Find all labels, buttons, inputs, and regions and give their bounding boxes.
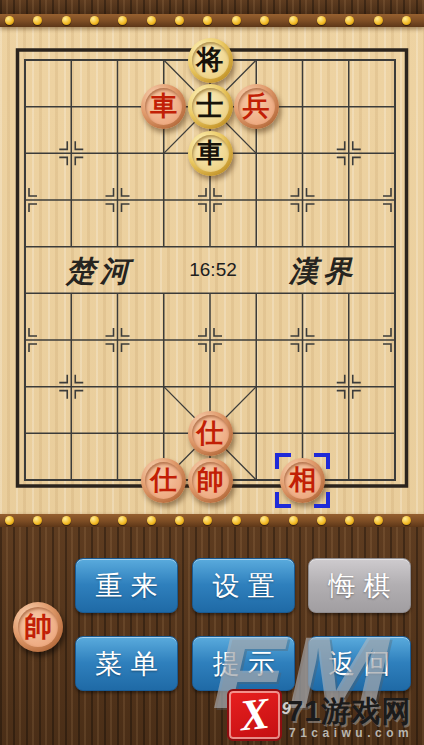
brass-stud-icon [260,516,269,525]
brass-stud-icon [147,516,156,525]
brass-stud-icon [175,516,184,525]
piece-black-士[interactable]: 士 [188,84,233,129]
piece-red-兵[interactable]: 兵 [234,84,279,129]
brass-stud-icon [118,516,127,525]
piece-glyph: 将 [197,47,224,74]
xiangqi-app: 楚河 16:52 漢界 将車士兵車仕仕帥相 帥 重来 设置 悔棋 菜单 提示 返… [0,0,424,745]
bottom-stud-rail [0,514,424,527]
brush-x-icon: X [238,692,272,739]
river-label-right: 漢界 [278,252,368,292]
selection-brackets [275,453,330,508]
brass-stud-icon [203,516,212,525]
hint-button[interactable]: 提示 [192,636,295,691]
brass-stud-icon [232,516,241,525]
piece-red-相[interactable]: 相 [280,458,325,503]
piece-glyph: 帥 [197,467,224,494]
turn-indicator-piece: 帥 [13,602,63,652]
bottom-panel: 帥 重来 设置 悔棋 菜单 提示 返回 FM 99 X 71游戏网 71caiw… [0,527,424,745]
brass-stud-icon [374,516,383,525]
undo-button[interactable]: 悔棋 [308,558,411,613]
piece-glyph: 士 [197,93,224,120]
watermark-site-url: 71caiwu.com [289,726,413,740]
piece-black-将[interactable]: 将 [188,38,233,83]
piece-glyph: 兵 [243,93,270,120]
brass-stud-icon [402,516,411,525]
piece-glyph: 仕 [150,467,177,494]
settings-button[interactable]: 设置 [192,558,295,613]
piece-black-車[interactable]: 車 [188,131,233,176]
piece-glyph: 車 [197,140,224,167]
piece-red-帥[interactable]: 帥 [188,458,233,503]
river-label-left: 楚河 [55,252,145,292]
back-button[interactable]: 返回 [308,636,411,691]
brass-stud-icon [345,516,354,525]
brass-stud-icon [317,516,326,525]
watermark-logo: X [227,689,282,741]
restart-button[interactable]: 重来 [75,558,178,613]
piece-glyph: 車 [150,93,177,120]
piece-red-仕[interactable]: 仕 [141,458,186,503]
brass-stud-icon [289,516,298,525]
turn-piece-glyph: 帥 [24,613,52,641]
piece-glyph: 仕 [197,420,224,447]
brass-stud-icon [62,516,71,525]
game-timer: 16:52 [179,259,247,281]
brass-stud-icon [90,516,99,525]
brass-stud-icon [33,516,42,525]
menu-button[interactable]: 菜单 [75,636,178,691]
piece-red-仕[interactable]: 仕 [188,411,233,456]
brass-stud-icon [5,516,14,525]
